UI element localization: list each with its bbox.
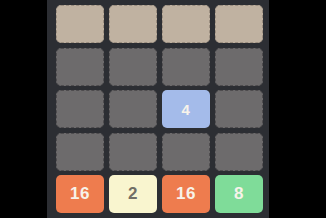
game-board[interactable]: 4162168 (47, 0, 269, 218)
empty-cell-r2c0 (56, 90, 104, 128)
tile-8-r4c3: 8 (215, 175, 263, 213)
tan-empty-cell-r0c3 (215, 5, 263, 43)
empty-cell-r1c2 (162, 48, 210, 86)
empty-cell-r3c2 (162, 133, 210, 171)
empty-cell-r2c3 (215, 90, 263, 128)
empty-cell-r3c0 (56, 133, 104, 171)
tan-empty-cell-r0c2 (162, 5, 210, 43)
empty-cell-r1c1 (109, 48, 157, 86)
tile-16-r4c0: 16 (56, 175, 104, 213)
tile-16-r4c2: 16 (162, 175, 210, 213)
tile-2-r4c1: 2 (109, 175, 157, 213)
empty-cell-r3c3 (215, 133, 263, 171)
empty-cell-r1c0 (56, 48, 104, 86)
tan-empty-cell-r0c1 (109, 5, 157, 43)
tile-4-r2c2: 4 (162, 90, 210, 128)
empty-cell-r1c3 (215, 48, 263, 86)
empty-cell-r2c1 (109, 90, 157, 128)
game-screen: 4162168 (0, 0, 326, 218)
tan-empty-cell-r0c0 (56, 5, 104, 43)
empty-cell-r3c1 (109, 133, 157, 171)
